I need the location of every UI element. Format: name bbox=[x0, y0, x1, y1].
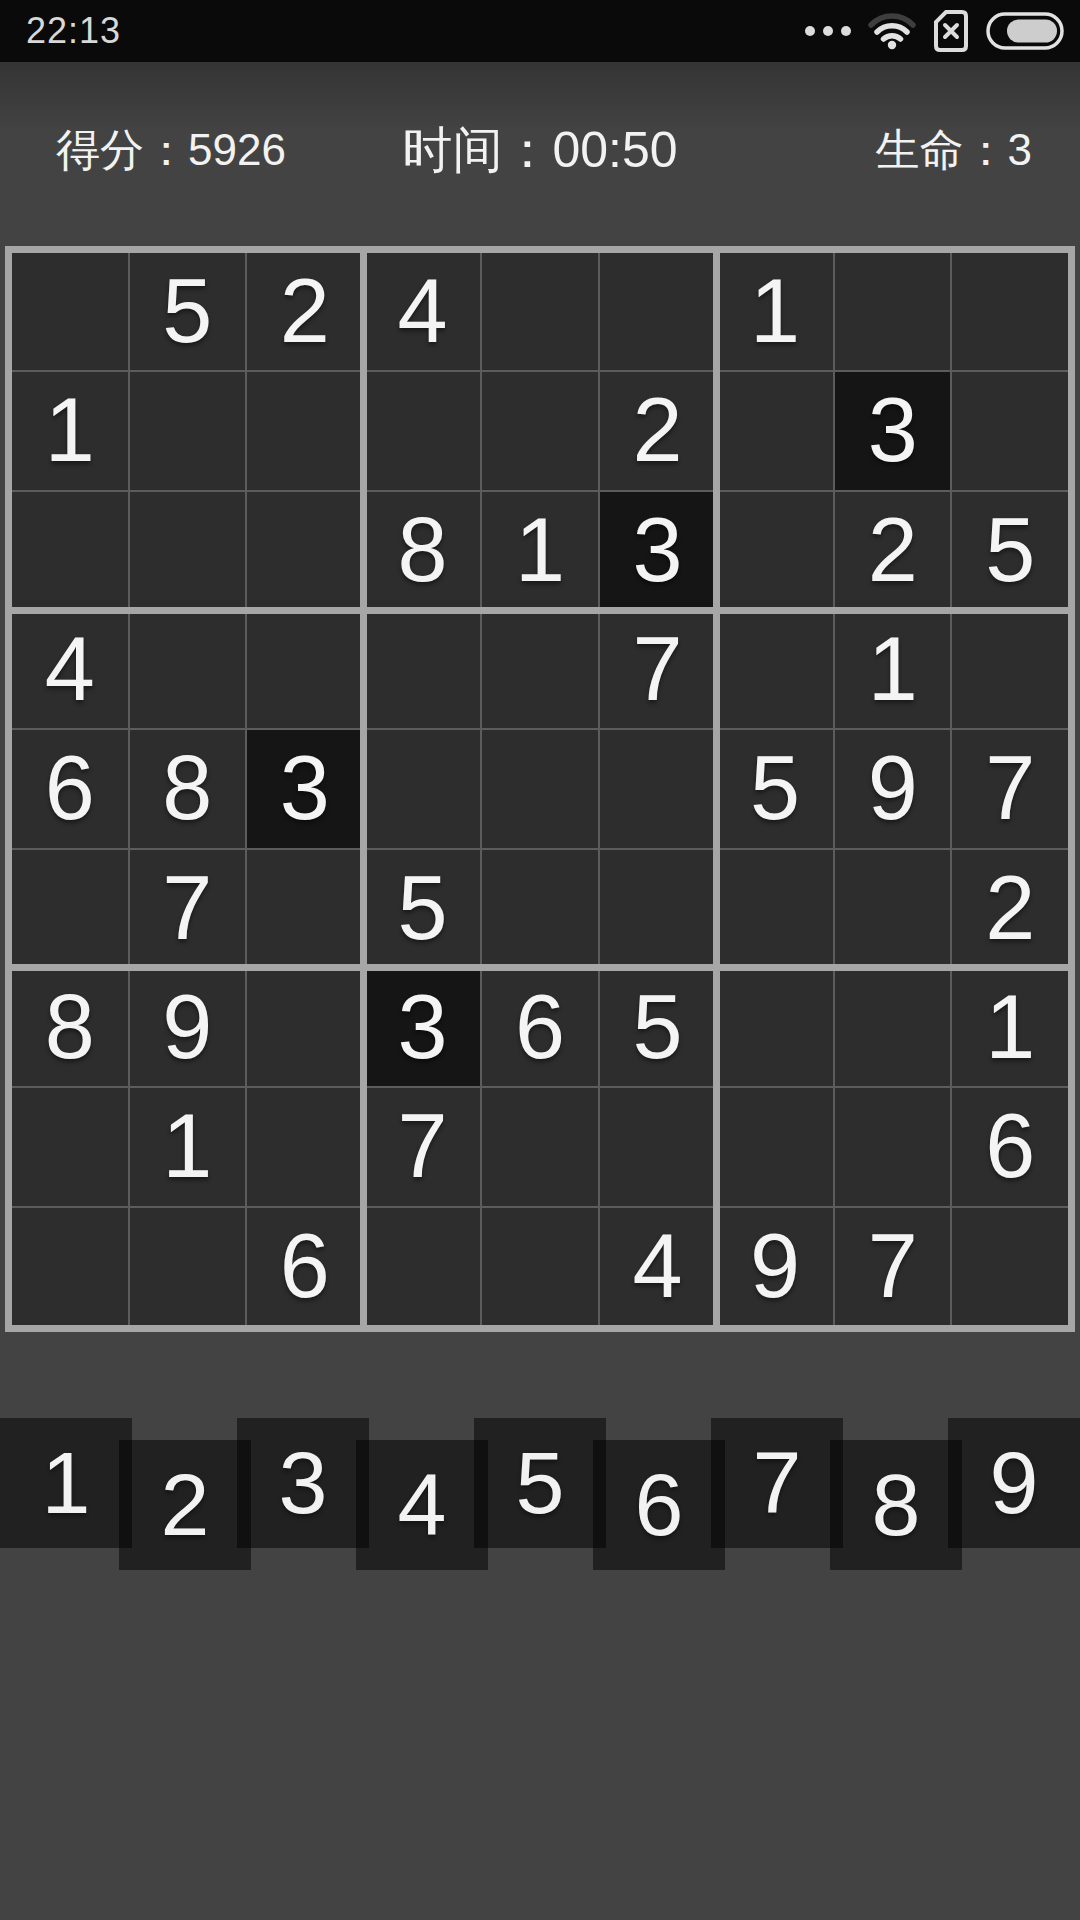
cell-r3c8[interactable]: 2 bbox=[835, 492, 951, 609]
numpad-1[interactable]: 1 bbox=[0, 1418, 132, 1548]
cell-r6c5[interactable] bbox=[482, 850, 598, 967]
cell-r9c9[interactable] bbox=[952, 1208, 1068, 1325]
number-pad: 123456789 bbox=[0, 1418, 1080, 1578]
cell-r9c7[interactable]: 9 bbox=[717, 1208, 833, 1325]
cell-r6c2[interactable]: 7 bbox=[130, 850, 246, 967]
cell-r8c6[interactable] bbox=[600, 1088, 716, 1205]
numpad-4[interactable]: 4 bbox=[356, 1440, 488, 1570]
cell-r7c7[interactable] bbox=[717, 969, 833, 1086]
cell-r8c3[interactable] bbox=[247, 1088, 363, 1205]
numpad-7[interactable]: 7 bbox=[711, 1418, 843, 1548]
cell-r4c9[interactable] bbox=[952, 611, 1068, 728]
cell-r9c8[interactable]: 7 bbox=[835, 1208, 951, 1325]
cell-r3c4[interactable]: 8 bbox=[365, 492, 481, 609]
cell-r4c3[interactable] bbox=[247, 611, 363, 728]
cell-r8c9[interactable]: 6 bbox=[952, 1088, 1068, 1205]
cell-r9c4[interactable] bbox=[365, 1208, 481, 1325]
cell-r3c5[interactable]: 1 bbox=[482, 492, 598, 609]
cell-r9c2[interactable] bbox=[130, 1208, 246, 1325]
status-bar: 22:13 bbox=[0, 0, 1080, 62]
cell-r1c6[interactable] bbox=[600, 253, 716, 370]
cell-r9c1[interactable] bbox=[12, 1208, 128, 1325]
cell-r5c7[interactable]: 5 bbox=[717, 730, 833, 847]
cell-r4c5[interactable] bbox=[482, 611, 598, 728]
cell-r2c1[interactable]: 1 bbox=[12, 372, 128, 489]
cell-r6c7[interactable] bbox=[717, 850, 833, 967]
cell-r5c9[interactable]: 7 bbox=[952, 730, 1068, 847]
cell-r2c2[interactable] bbox=[130, 372, 246, 489]
cell-r2c6[interactable]: 2 bbox=[600, 372, 716, 489]
cell-r1c9[interactable] bbox=[952, 253, 1068, 370]
cell-r6c3[interactable] bbox=[247, 850, 363, 967]
numpad-6[interactable]: 6 bbox=[593, 1440, 725, 1570]
box-border-horizontal-2 bbox=[12, 964, 1068, 971]
numpad-3[interactable]: 3 bbox=[237, 1418, 369, 1548]
timer-text: 时间：00:50 bbox=[402, 117, 677, 184]
cell-r1c3[interactable]: 2 bbox=[247, 253, 363, 370]
cell-r7c9[interactable]: 1 bbox=[952, 969, 1068, 1086]
wifi-icon bbox=[868, 12, 916, 50]
cell-r9c6[interactable]: 4 bbox=[600, 1208, 716, 1325]
cell-r2c4[interactable] bbox=[365, 372, 481, 489]
cell-r7c5[interactable]: 6 bbox=[482, 969, 598, 1086]
cell-r4c7[interactable] bbox=[717, 611, 833, 728]
cell-r7c2[interactable]: 9 bbox=[130, 969, 246, 1086]
box-border-vertical-1 bbox=[360, 253, 367, 1325]
cell-r7c8[interactable] bbox=[835, 969, 951, 1086]
battery-icon bbox=[986, 12, 1064, 50]
cell-r6c1[interactable] bbox=[12, 850, 128, 967]
cell-r4c1[interactable]: 4 bbox=[12, 611, 128, 728]
cell-r1c2[interactable]: 5 bbox=[130, 253, 246, 370]
hud: 得分：5926 时间：00:50 生命：3 bbox=[0, 114, 1080, 186]
box-border-vertical-2 bbox=[713, 253, 720, 1325]
cell-r3c1[interactable] bbox=[12, 492, 128, 609]
cell-r5c8[interactable]: 9 bbox=[835, 730, 951, 847]
cell-r5c1[interactable]: 6 bbox=[12, 730, 128, 847]
cell-r1c7[interactable]: 1 bbox=[717, 253, 833, 370]
cell-r4c8[interactable]: 1 bbox=[835, 611, 951, 728]
cell-r6c4[interactable]: 5 bbox=[365, 850, 481, 967]
cell-r5c5[interactable] bbox=[482, 730, 598, 847]
numpad-8[interactable]: 8 bbox=[830, 1440, 962, 1570]
cell-r2c9[interactable] bbox=[952, 372, 1068, 489]
cell-r8c1[interactable] bbox=[12, 1088, 128, 1205]
cell-r7c1[interactable]: 8 bbox=[12, 969, 128, 1086]
cell-r6c8[interactable] bbox=[835, 850, 951, 967]
numpad-9[interactable]: 9 bbox=[948, 1418, 1080, 1548]
cell-r2c7[interactable] bbox=[717, 372, 833, 489]
cell-r1c8[interactable] bbox=[835, 253, 951, 370]
cell-r7c6[interactable]: 5 bbox=[600, 969, 716, 1086]
cell-r6c9[interactable]: 2 bbox=[952, 850, 1068, 967]
score-text: 得分：5926 bbox=[0, 121, 286, 180]
cell-r5c2[interactable]: 8 bbox=[130, 730, 246, 847]
cell-r2c8[interactable]: 3 bbox=[835, 372, 951, 489]
cell-r3c7[interactable] bbox=[717, 492, 833, 609]
cell-r2c3[interactable] bbox=[247, 372, 363, 489]
cell-r5c4[interactable] bbox=[365, 730, 481, 847]
cell-r3c6[interactable]: 3 bbox=[600, 492, 716, 609]
cell-r8c4[interactable]: 7 bbox=[365, 1088, 481, 1205]
cell-r8c8[interactable] bbox=[835, 1088, 951, 1205]
cell-r5c6[interactable] bbox=[600, 730, 716, 847]
cell-r6c6[interactable] bbox=[600, 850, 716, 967]
cell-r9c5[interactable] bbox=[482, 1208, 598, 1325]
status-icons bbox=[805, 9, 1064, 53]
cell-r4c6[interactable]: 7 bbox=[600, 611, 716, 728]
cell-r3c2[interactable] bbox=[130, 492, 246, 609]
no-sim-icon bbox=[933, 9, 969, 53]
cell-r8c2[interactable]: 1 bbox=[130, 1088, 246, 1205]
cell-r7c4[interactable]: 3 bbox=[365, 969, 481, 1086]
cell-r7c3[interactable] bbox=[247, 969, 363, 1086]
cell-r8c5[interactable] bbox=[482, 1088, 598, 1205]
sudoku-app-screen: 22:13 得分：5926 bbox=[0, 0, 1080, 1920]
cell-r8c7[interactable] bbox=[717, 1088, 833, 1205]
ellipsis-icon bbox=[805, 25, 851, 37]
cell-r5c3[interactable]: 3 bbox=[247, 730, 363, 847]
cell-r1c4[interactable]: 4 bbox=[365, 253, 481, 370]
numpad-2[interactable]: 2 bbox=[119, 1440, 251, 1570]
cell-r4c2[interactable] bbox=[130, 611, 246, 728]
cell-r3c3[interactable] bbox=[247, 492, 363, 609]
box-border-horizontal-1 bbox=[12, 607, 1068, 614]
cell-r2c5[interactable] bbox=[482, 372, 598, 489]
cell-r1c5[interactable] bbox=[482, 253, 598, 370]
numpad-5[interactable]: 5 bbox=[474, 1418, 606, 1548]
cell-r1c1[interactable] bbox=[12, 253, 128, 370]
cell-r3c9[interactable]: 5 bbox=[952, 492, 1068, 609]
lives-text: 生命：3 bbox=[876, 121, 1080, 180]
clock-text: 22:13 bbox=[26, 10, 121, 52]
cell-r4c4[interactable] bbox=[365, 611, 481, 728]
cell-r9c3[interactable]: 6 bbox=[247, 1208, 363, 1325]
sudoku-board: 5241123813254716835977528936511766497 bbox=[5, 246, 1075, 1332]
